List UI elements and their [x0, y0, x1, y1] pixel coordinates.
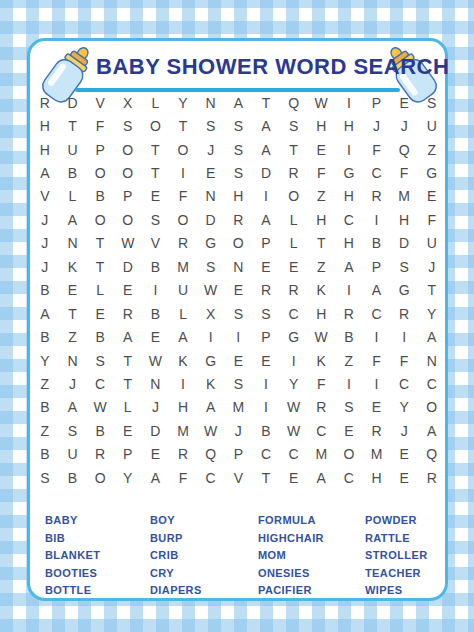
word-baby: BABY [45, 512, 150, 530]
grid-cell-r10c5[interactable]: B [142, 302, 170, 325]
grid-cell-r12c11[interactable]: K [307, 349, 335, 372]
grid-cell-r13c5[interactable]: N [142, 372, 170, 395]
grid-cell-r1c9[interactable]: T [252, 91, 280, 114]
grid-cell-r10c12[interactable]: R [335, 302, 363, 325]
grid-cell-r11c12[interactable]: B [335, 325, 363, 348]
grid-cell-r2c4[interactable]: S [114, 114, 142, 137]
grid-cell-r2c11[interactable]: H [307, 114, 335, 137]
grid-cell-r2c12[interactable]: H [335, 114, 363, 137]
grid-cell-r12c3[interactable]: S [86, 349, 114, 372]
grid-cell-r17c11[interactable]: A [307, 466, 335, 489]
grid-cell-r9c10[interactable]: R [280, 279, 308, 302]
grid-cell-r17c1[interactable]: S [31, 466, 59, 489]
grid-cell-r4c2[interactable]: B [59, 161, 87, 184]
grid-cell-r1c8[interactable]: A [224, 91, 252, 114]
header: BABY SHOWER WORD SEARCH [30, 41, 445, 95]
grid-cell-r15c14[interactable]: J [390, 419, 418, 442]
grid-cell-r16c13[interactable]: M [363, 443, 391, 466]
grid-cell-r13c7[interactable]: K [197, 372, 225, 395]
grid-cell-r1c13[interactable]: P [363, 91, 391, 114]
grid-cell-r7c3[interactable]: T [86, 232, 114, 255]
grid-cell-r5c7[interactable]: N [197, 185, 225, 208]
grid-cell-r5c1[interactable]: V [31, 185, 59, 208]
grid-cell-r5c5[interactable]: E [142, 185, 170, 208]
grid-cell-r5c4[interactable]: P [114, 185, 142, 208]
word-mom: MOM [258, 547, 365, 565]
grid-cell-r9c9[interactable]: R [252, 279, 280, 302]
grid-cell-r13c2[interactable]: J [59, 372, 87, 395]
grid-cell-r16c6[interactable]: R [169, 443, 197, 466]
grid-cell-r2c15[interactable]: U [418, 114, 446, 137]
grid-cell-r9c6[interactable]: U [169, 279, 197, 302]
grid-cell-r4c11[interactable]: F [307, 161, 335, 184]
grid-cell-r5c14[interactable]: M [390, 185, 418, 208]
grid-cell-r4c8[interactable]: S [224, 161, 252, 184]
grid-cell-r10c9[interactable]: S [252, 302, 280, 325]
grid-cell-r11c13[interactable]: I [363, 325, 391, 348]
grid-cell-r15c8[interactable]: J [224, 419, 252, 442]
grid-cell-r8c8[interactable]: N [224, 255, 252, 278]
word-bib: BIB [45, 530, 150, 548]
grid-cell-r6c4[interactable]: O [114, 208, 142, 231]
grid-cell-r13c11[interactable]: F [307, 372, 335, 395]
grid-cell-r3c4[interactable]: O [114, 138, 142, 161]
grid-cell-r3c5[interactable]: T [142, 138, 170, 161]
grid-cell-r7c15[interactable]: U [418, 232, 446, 255]
grid-cell-r10c15[interactable]: Y [418, 302, 446, 325]
grid-cell-r14c2[interactable]: A [59, 396, 87, 419]
grid-cell-r6c8[interactable]: R [224, 208, 252, 231]
grid-cell-r16c10[interactable]: C [280, 443, 308, 466]
grid-cell-r2c13[interactable]: J [363, 114, 391, 137]
grid-cell-r8c11[interactable]: Z [307, 255, 335, 278]
grid-cell-r1c1[interactable]: R [31, 91, 59, 114]
grid-cell-r3c10[interactable]: T [280, 138, 308, 161]
grid-cell-r2c6[interactable]: T [169, 114, 197, 137]
grid-cell-r7c7[interactable]: G [197, 232, 225, 255]
grid-cell-r14c14[interactable]: Y [390, 396, 418, 419]
grid-cell-r15c7[interactable]: W [197, 419, 225, 442]
grid-cell-r8c10[interactable]: E [280, 255, 308, 278]
grid-cell-r4c12[interactable]: G [335, 161, 363, 184]
grid-cell-r4c13[interactable]: C [363, 161, 391, 184]
grid-cell-r9c13[interactable]: A [363, 279, 391, 302]
word-highchair: HIGHCHAIR [258, 530, 365, 548]
grid-cell-r11c14[interactable]: I [390, 325, 418, 348]
grid-cell-r4c6[interactable]: I [169, 161, 197, 184]
grid-cell-r17c15[interactable]: R [418, 466, 446, 489]
grid-cell-r8c7[interactable]: S [197, 255, 225, 278]
grid-cell-r4c10[interactable]: R [280, 161, 308, 184]
grid-cell-r9c3[interactable]: L [86, 279, 114, 302]
word-formula: FORMULA [258, 512, 365, 530]
grid-cell-r7c10[interactable]: L [280, 232, 308, 255]
grid-cell-r13c13[interactable]: I [363, 372, 391, 395]
grid-cell-r3c6[interactable]: O [169, 138, 197, 161]
grid-cell-r6c5[interactable]: S [142, 208, 170, 231]
grid-cell-r11c15[interactable]: A [418, 325, 446, 348]
grid-cell-r15c10[interactable]: W [280, 419, 308, 442]
grid-cell-r14c5[interactable]: J [142, 396, 170, 419]
grid-cell-r8c12[interactable]: A [335, 255, 363, 278]
word-onesies: ONESIES [258, 565, 365, 583]
grid-cell-r15c5[interactable]: D [142, 419, 170, 442]
grid-cell-r6c13[interactable]: I [363, 208, 391, 231]
grid-cell-r17c7[interactable]: C [197, 466, 225, 489]
word-booties: BOOTIES [45, 565, 150, 583]
grid-cell-r17c12[interactable]: C [335, 466, 363, 489]
grid-cell-r10c6[interactable]: L [169, 302, 197, 325]
grid-cell-r13c15[interactable]: C [418, 372, 446, 395]
grid-cell-r4c5[interactable]: T [142, 161, 170, 184]
grid-cell-r9c7[interactable]: W [197, 279, 225, 302]
grid-cell-r9c14[interactable]: G [390, 279, 418, 302]
grid-cell-r6c6[interactable]: O [169, 208, 197, 231]
grid-cell-r7c5[interactable]: V [142, 232, 170, 255]
grid-cell-r2c5[interactable]: O [142, 114, 170, 137]
grid-cell-r5c10[interactable]: O [280, 185, 308, 208]
grid-cell-r6c2[interactable]: A [59, 208, 87, 231]
grid-cell-r12c9[interactable]: E [252, 349, 280, 372]
grid-cell-r5c9[interactable]: I [252, 185, 280, 208]
grid-cell-r1c4[interactable]: X [114, 91, 142, 114]
grid-cell-r1c14[interactable]: E [390, 91, 418, 114]
grid-cell-r5c3[interactable]: B [86, 185, 114, 208]
grid-cell-r13c8[interactable]: S [224, 372, 252, 395]
grid-cell-r6c14[interactable]: H [390, 208, 418, 231]
grid-cell-r10c10[interactable]: C [280, 302, 308, 325]
grid-cell-r4c14[interactable]: F [390, 161, 418, 184]
grid-cell-r15c11[interactable]: C [307, 419, 335, 442]
grid-cell-r2c14[interactable]: J [390, 114, 418, 137]
grid-cell-r7c14[interactable]: D [390, 232, 418, 255]
grid-cell-r3c3[interactable]: P [86, 138, 114, 161]
grid-cell-r16c12[interactable]: O [335, 443, 363, 466]
grid-cell-r16c11[interactable]: M [307, 443, 335, 466]
grid-cell-r6c7[interactable]: D [197, 208, 225, 231]
grid-cell-r5c2[interactable]: L [59, 185, 87, 208]
grid-cell-r2c2[interactable]: T [59, 114, 87, 137]
grid-cell-r5c8[interactable]: H [224, 185, 252, 208]
grid-cell-r7c1[interactable]: J [31, 232, 59, 255]
grid-cell-r7c2[interactable]: N [59, 232, 87, 255]
grid-cell-r11c8[interactable]: I [224, 325, 252, 348]
grid-cell-r14c7[interactable]: A [197, 396, 225, 419]
grid-cell-r9c12[interactable]: I [335, 279, 363, 302]
grid-cell-r17c3[interactable]: O [86, 466, 114, 489]
grid-cell-r15c9[interactable]: B [252, 419, 280, 442]
grid-cell-r2c3[interactable]: F [86, 114, 114, 137]
grid-cell-r14c13[interactable]: E [363, 396, 391, 419]
grid-cell-r8c2[interactable]: K [59, 255, 87, 278]
grid-cell-r14c11[interactable]: R [307, 396, 335, 419]
grid-cell-r16c9[interactable]: C [252, 443, 280, 466]
grid-cell-r14c6[interactable]: H [169, 396, 197, 419]
grid-cell-r4c1[interactable]: A [31, 161, 59, 184]
grid-cell-r2c9[interactable]: A [252, 114, 280, 137]
grid-cell-r1c15[interactable]: S [418, 91, 446, 114]
grid-cell-r12c15[interactable]: N [418, 349, 446, 372]
grid-cell-r17c8[interactable]: V [224, 466, 252, 489]
grid-cell-r13c3[interactable]: C [86, 372, 114, 395]
grid-cell-r4c3[interactable]: O [86, 161, 114, 184]
grid-cell-r17c9[interactable]: T [252, 466, 280, 489]
grid-cell-r12c2[interactable]: N [59, 349, 87, 372]
grid-cell-r16c7[interactable]: Q [197, 443, 225, 466]
word-crib: CRIB [150, 547, 258, 565]
word-boy: BOY [150, 512, 258, 530]
grid-cell-r13c6[interactable]: I [169, 372, 197, 395]
grid-cell-r14c9[interactable]: I [252, 396, 280, 419]
word-list-column-2: BOYBURPCRIBCRYDIAPERS [150, 512, 258, 600]
grid-cell-r13c14[interactable]: C [390, 372, 418, 395]
grid-cell-r8c14[interactable]: S [390, 255, 418, 278]
word-stroller: STROLLER [365, 547, 427, 565]
word-burp: BURP [150, 530, 258, 548]
grid-cell-r14c15[interactable]: O [418, 396, 446, 419]
grid-cell-r3c9[interactable]: A [252, 138, 280, 161]
grid-cell-r15c2[interactable]: S [59, 419, 87, 442]
grid-cell-r3c13[interactable]: F [363, 138, 391, 161]
grid-cell-r10c14[interactable]: R [390, 302, 418, 325]
grid-cell-r10c13[interactable]: C [363, 302, 391, 325]
grid-cell-r12c10[interactable]: I [280, 349, 308, 372]
grid-cell-r13c9[interactable]: I [252, 372, 280, 395]
grid-cell-r14c3[interactable]: W [86, 396, 114, 419]
grid-cell-r12c12[interactable]: Z [335, 349, 363, 372]
grid-cell-r12c5[interactable]: W [142, 349, 170, 372]
grid-cell-r8c3[interactable]: T [86, 255, 114, 278]
grid-cell-r16c8[interactable]: P [224, 443, 252, 466]
grid-cell-r5c6[interactable]: F [169, 185, 197, 208]
grid-cell-r10c4[interactable]: R [114, 302, 142, 325]
grid-cell-r10c3[interactable]: E [86, 302, 114, 325]
grid-cell-r4c4[interactable]: O [114, 161, 142, 184]
grid-cell-r17c2[interactable]: B [59, 466, 87, 489]
grid-cell-r5c11[interactable]: Z [307, 185, 335, 208]
grid-cell-r10c2[interactable]: T [59, 302, 87, 325]
grid-cell-r9c11[interactable]: K [307, 279, 335, 302]
grid-cell-r8c5[interactable]: B [142, 255, 170, 278]
grid-cell-r3c2[interactable]: U [59, 138, 87, 161]
grid-cell-r9c8[interactable]: E [224, 279, 252, 302]
grid-cell-r12c13[interactable]: F [363, 349, 391, 372]
grid-cell-r17c13[interactable]: H [363, 466, 391, 489]
grid-cell-r16c2[interactable]: U [59, 443, 87, 466]
grid-cell-r12c4[interactable]: T [114, 349, 142, 372]
grid-cell-r9c5[interactable]: I [142, 279, 170, 302]
word-list: BABYBIBBLANKETBOOTIESBOTTLE BOYBURPCRIBC… [30, 512, 445, 600]
grid-cell-r15c13[interactable]: R [363, 419, 391, 442]
grid-cell-r3c8[interactable]: S [224, 138, 252, 161]
grid-cell-r7c9[interactable]: P [252, 232, 280, 255]
grid-cell-r16c3[interactable]: R [86, 443, 114, 466]
grid-cell-r5c15[interactable]: E [418, 185, 446, 208]
grid-cell-r16c5[interactable]: E [142, 443, 170, 466]
grid-cell-r11c9[interactable]: P [252, 325, 280, 348]
grid-cell-r12c8[interactable]: E [224, 349, 252, 372]
grid-cell-r4c7[interactable]: E [197, 161, 225, 184]
word-rattle: RATTLE [365, 530, 427, 548]
grid-cell-r11c10[interactable]: G [280, 325, 308, 348]
grid-cell-r10c1[interactable]: A [31, 302, 59, 325]
grid-cell-r8c4[interactable]: D [114, 255, 142, 278]
grid-cell-r5c12[interactable]: H [335, 185, 363, 208]
grid-cell-r2c1[interactable]: H [31, 114, 59, 137]
grid-cell-r14c1[interactable]: B [31, 396, 59, 419]
grid-cell-r2c7[interactable]: S [197, 114, 225, 137]
grid-cell-r8c9[interactable]: E [252, 255, 280, 278]
grid-cell-r10c8[interactable]: S [224, 302, 252, 325]
grid-cell-r1c12[interactable]: I [335, 91, 363, 114]
grid-cell-r3c7[interactable]: J [197, 138, 225, 161]
grid-cell-r6c12[interactable]: C [335, 208, 363, 231]
grid-cell-r3c14[interactable]: Q [390, 138, 418, 161]
grid-cell-r8c13[interactable]: P [363, 255, 391, 278]
grid-cell-r7c13[interactable]: B [363, 232, 391, 255]
grid-cell-r15c4[interactable]: E [114, 419, 142, 442]
grid-cell-r1c11[interactable]: W [307, 91, 335, 114]
grid-cell-r5c13[interactable]: R [363, 185, 391, 208]
grid-cell-r7c8[interactable]: O [224, 232, 252, 255]
word-pacifier: PACIFIER [258, 582, 365, 600]
grid-cell-r1c10[interactable]: Q [280, 91, 308, 114]
grid-cell-r3c12[interactable]: I [335, 138, 363, 161]
grid-cell-r6c15[interactable]: F [418, 208, 446, 231]
grid-cell-r9c2[interactable]: E [59, 279, 87, 302]
grid-cell-r1c5[interactable]: L [142, 91, 170, 114]
word-blanket: BLANKET [45, 547, 150, 565]
grid-cell-r14c8[interactable]: M [224, 396, 252, 419]
grid-cell-r11c11[interactable]: W [307, 325, 335, 348]
grid-cell-r17c14[interactable]: E [390, 466, 418, 489]
grid-cell-r4c15[interactable]: G [418, 161, 446, 184]
grid-cell-r1c2[interactable]: D [59, 91, 87, 114]
grid-cell-r7c12[interactable]: H [335, 232, 363, 255]
grid-cell-r16c4[interactable]: P [114, 443, 142, 466]
grid-cell-r7c4[interactable]: W [114, 232, 142, 255]
grid-cell-r16c14[interactable]: E [390, 443, 418, 466]
grid-cell-r15c12[interactable]: E [335, 419, 363, 442]
grid-cell-r12c7[interactable]: G [197, 349, 225, 372]
grid-cell-r8c1[interactable]: J [31, 255, 59, 278]
word-cry: CRY [150, 565, 258, 583]
grid-cell-r13c12[interactable]: I [335, 372, 363, 395]
grid-cell-r9c15[interactable]: T [418, 279, 446, 302]
word-bottle: BOTTLE [45, 582, 150, 600]
grid-cell-r12c6[interactable]: K [169, 349, 197, 372]
grid-cell-r1c6[interactable]: Y [169, 91, 197, 114]
letter-grid: RDVXLYNATQWIPESHTFSOTSSASHHJJUHUPOTOJSAT… [31, 91, 446, 489]
grid-cell-r10c11[interactable]: H [307, 302, 335, 325]
word-powder: POWDER [365, 512, 427, 530]
word-list-column-4: POWDERRATTLESTROLLERTEACHERWIPES [365, 512, 427, 600]
grid-cell-r6c3[interactable]: O [86, 208, 114, 231]
grid-cell-r11c7[interactable]: I [197, 325, 225, 348]
grid-cell-r6c10[interactable]: L [280, 208, 308, 231]
grid-cell-r12c14[interactable]: F [390, 349, 418, 372]
grid-cell-r11c2[interactable]: Z [59, 325, 87, 348]
puzzle-card: BABY SHOWER WORD SEARCH RDVXLYNATQWIPESH… [27, 38, 448, 601]
grid-cell-r16c15[interactable]: Q [418, 443, 446, 466]
grid-cell-r13c10[interactable]: Y [280, 372, 308, 395]
grid-cell-r3c11[interactable]: E [307, 138, 335, 161]
grid-cell-r2c8[interactable]: S [224, 114, 252, 137]
grid-cell-r14c12[interactable]: S [335, 396, 363, 419]
grid-cell-r6c1[interactable]: J [31, 208, 59, 231]
grid-cell-r17c4[interactable]: Y [114, 466, 142, 489]
grid-cell-r1c3[interactable]: V [86, 91, 114, 114]
word-list-column-1: BABYBIBBLANKETBOOTIESBOTTLE [45, 512, 150, 600]
word-teacher: TEACHER [365, 565, 427, 583]
word-list-column-3: FORMULAHIGHCHAIRMOMONESIESPACIFIER [258, 512, 365, 600]
grid-cell-r4c9[interactable]: D [252, 161, 280, 184]
grid-cell-r17c6[interactable]: F [169, 466, 197, 489]
word-diapers: DIAPERS [150, 582, 258, 600]
grid-cell-r9c1[interactable]: B [31, 279, 59, 302]
grid-cell-r11c5[interactable]: E [142, 325, 170, 348]
grid-cell-r13c4[interactable]: T [114, 372, 142, 395]
grid-cell-r13c1[interactable]: Z [31, 372, 59, 395]
grid-cell-r12c1[interactable]: Y [31, 349, 59, 372]
grid-cell-r11c6[interactable]: A [169, 325, 197, 348]
grid-cell-r16c1[interactable]: B [31, 443, 59, 466]
grid-cell-r7c6[interactable]: R [169, 232, 197, 255]
grid-cell-r6c11[interactable]: H [307, 208, 335, 231]
word-wipes: WIPES [365, 582, 427, 600]
puzzle-title: BABY SHOWER WORD SEARCH [96, 54, 379, 80]
grid-cell-r10c7[interactable]: X [197, 302, 225, 325]
grid-cell-r9c4[interactable]: E [114, 279, 142, 302]
grid-cell-r11c1[interactable]: B [31, 325, 59, 348]
grid-cell-r8c15[interactable]: J [418, 255, 446, 278]
gingham-border-background: { "game": "word-search", "title": "BABY … [0, 0, 474, 632]
grid-cell-r3c1[interactable]: H [31, 138, 59, 161]
grid-cell-r1c7[interactable]: N [197, 91, 225, 114]
grid-cell-r11c3[interactable]: B [86, 325, 114, 348]
grid-cell-r2c10[interactable]: S [280, 114, 308, 137]
grid-cell-r8c6[interactable]: M [169, 255, 197, 278]
grid-cell-r17c10[interactable]: E [280, 466, 308, 489]
grid-cell-r11c4[interactable]: A [114, 325, 142, 348]
grid-cell-r15c1[interactable]: Z [31, 419, 59, 442]
grid-cell-r15c3[interactable]: B [86, 419, 114, 442]
grid-cell-r14c4[interactable]: L [114, 396, 142, 419]
grid-cell-r3c15[interactable]: Z [418, 138, 446, 161]
grid-cell-r15c15[interactable]: A [418, 419, 446, 442]
grid-cell-r14c10[interactable]: W [280, 396, 308, 419]
grid-cell-r6c9[interactable]: A [252, 208, 280, 231]
grid-cell-r7c11[interactable]: T [307, 232, 335, 255]
grid-cell-r17c5[interactable]: A [142, 466, 170, 489]
grid-cell-r15c6[interactable]: M [169, 419, 197, 442]
